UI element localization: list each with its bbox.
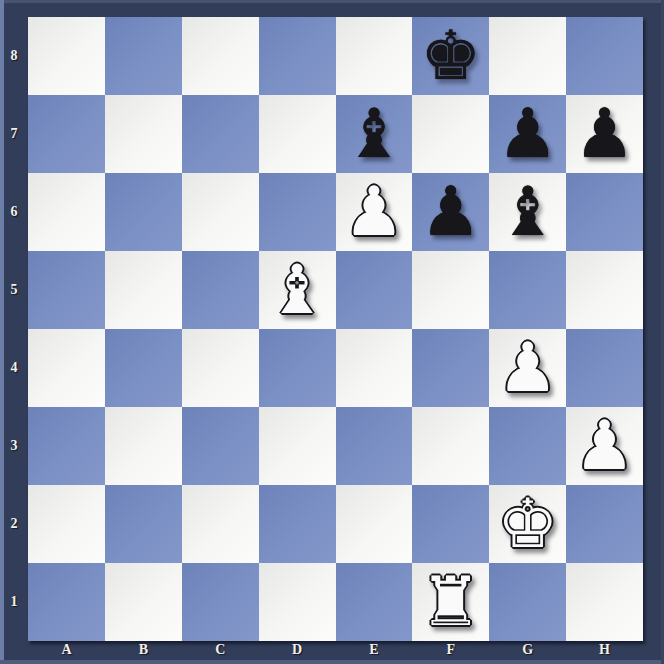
square-f2[interactable] [412, 485, 489, 563]
file-label-d: D [259, 642, 336, 664]
file-label-b: B [105, 642, 182, 664]
square-d1[interactable] [259, 563, 336, 641]
square-c2[interactable] [182, 485, 259, 563]
black-bishop[interactable]: ♝ [343, 100, 404, 168]
square-a1[interactable] [28, 563, 105, 641]
black-king[interactable]: ♚ [420, 22, 481, 90]
black-bishop[interactable]: ♝ [497, 178, 558, 246]
square-a6[interactable] [28, 173, 105, 251]
rank-label-4: 4 [0, 329, 28, 407]
rank-label-8: 8 [0, 17, 28, 95]
square-c8[interactable] [182, 17, 259, 95]
square-d4[interactable] [259, 329, 336, 407]
square-e1[interactable] [336, 563, 413, 641]
square-a3[interactable] [28, 407, 105, 485]
file-labels: ABCDEFGH [28, 642, 643, 664]
rank-label-3: 3 [0, 407, 28, 485]
rank-labels: 87654321 [0, 17, 28, 641]
square-h3[interactable]: ♟ [566, 407, 643, 485]
square-f6[interactable]: ♟ [412, 173, 489, 251]
square-f7[interactable] [412, 95, 489, 173]
square-h5[interactable] [566, 251, 643, 329]
square-g5[interactable] [489, 251, 566, 329]
square-c6[interactable] [182, 173, 259, 251]
square-f5[interactable] [412, 251, 489, 329]
square-h7[interactable]: ♟ [566, 95, 643, 173]
square-e7[interactable]: ♝ [336, 95, 413, 173]
white-pawn[interactable]: ♟ [574, 412, 635, 480]
square-b8[interactable] [105, 17, 182, 95]
white-bishop[interactable]: ♝ [267, 256, 328, 324]
file-label-f: F [412, 642, 489, 664]
square-g3[interactable] [489, 407, 566, 485]
chess-board-frame: 87654321 ♚♝♟♟♟♟♝♝♟♟♚♜ ABCDEFGH [0, 0, 664, 664]
square-e3[interactable] [336, 407, 413, 485]
square-c3[interactable] [182, 407, 259, 485]
square-g7[interactable]: ♟ [489, 95, 566, 173]
square-h4[interactable] [566, 329, 643, 407]
square-h6[interactable] [566, 173, 643, 251]
square-f3[interactable] [412, 407, 489, 485]
square-e4[interactable] [336, 329, 413, 407]
square-b2[interactable] [105, 485, 182, 563]
square-c4[interactable] [182, 329, 259, 407]
square-b5[interactable] [105, 251, 182, 329]
white-pawn[interactable]: ♟ [343, 178, 404, 246]
square-h2[interactable] [566, 485, 643, 563]
square-g4[interactable]: ♟ [489, 329, 566, 407]
square-g1[interactable] [489, 563, 566, 641]
white-king[interactable]: ♚ [497, 490, 558, 558]
square-a5[interactable] [28, 251, 105, 329]
frame-bevel-top [0, 0, 664, 3]
square-c5[interactable] [182, 251, 259, 329]
rank-label-6: 6 [0, 173, 28, 251]
black-pawn[interactable]: ♟ [497, 100, 558, 168]
black-pawn[interactable]: ♟ [420, 178, 481, 246]
square-d2[interactable] [259, 485, 336, 563]
square-f4[interactable] [412, 329, 489, 407]
file-label-a: A [28, 642, 105, 664]
chess-board[interactable]: ♚♝♟♟♟♟♝♝♟♟♚♜ [28, 17, 643, 641]
square-e5[interactable] [336, 251, 413, 329]
square-h1[interactable] [566, 563, 643, 641]
square-d6[interactable] [259, 173, 336, 251]
rank-label-1: 1 [0, 563, 28, 641]
white-rook[interactable]: ♜ [420, 568, 481, 636]
white-pawn[interactable]: ♟ [497, 334, 558, 402]
square-b1[interactable] [105, 563, 182, 641]
square-b7[interactable] [105, 95, 182, 173]
square-a7[interactable] [28, 95, 105, 173]
square-f8[interactable]: ♚ [412, 17, 489, 95]
square-e2[interactable] [336, 485, 413, 563]
file-label-h: H [566, 642, 643, 664]
square-d3[interactable] [259, 407, 336, 485]
square-a2[interactable] [28, 485, 105, 563]
square-f1[interactable]: ♜ [412, 563, 489, 641]
rank-label-7: 7 [0, 95, 28, 173]
square-a8[interactable] [28, 17, 105, 95]
rank-label-2: 2 [0, 485, 28, 563]
square-c1[interactable] [182, 563, 259, 641]
square-g8[interactable] [489, 17, 566, 95]
square-d7[interactable] [259, 95, 336, 173]
square-e8[interactable] [336, 17, 413, 95]
square-d5[interactable]: ♝ [259, 251, 336, 329]
square-b3[interactable] [105, 407, 182, 485]
square-g2[interactable]: ♚ [489, 485, 566, 563]
square-c7[interactable] [182, 95, 259, 173]
square-b6[interactable] [105, 173, 182, 251]
square-e6[interactable]: ♟ [336, 173, 413, 251]
file-label-e: E [336, 642, 413, 664]
square-a4[interactable] [28, 329, 105, 407]
rank-label-5: 5 [0, 251, 28, 329]
file-label-c: C [182, 642, 259, 664]
file-label-g: G [489, 642, 566, 664]
square-b4[interactable] [105, 329, 182, 407]
square-h8[interactable] [566, 17, 643, 95]
black-pawn[interactable]: ♟ [574, 100, 635, 168]
square-g6[interactable]: ♝ [489, 173, 566, 251]
square-d8[interactable] [259, 17, 336, 95]
